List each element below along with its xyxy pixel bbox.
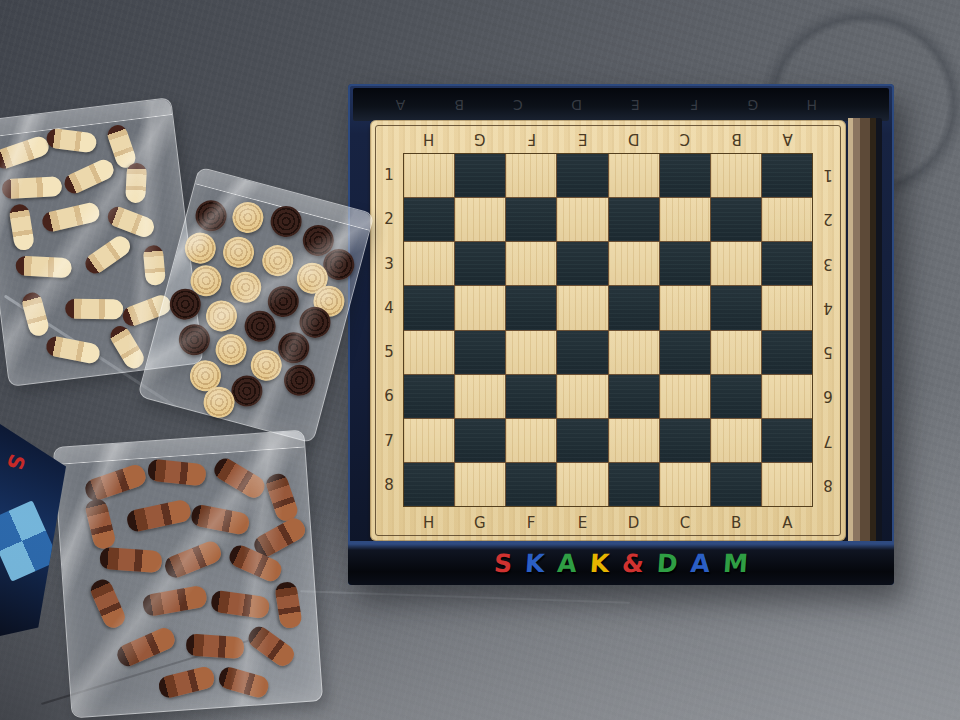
square-F8 <box>506 463 556 506</box>
square-A7 <box>762 419 812 462</box>
bag-zip-seal <box>54 431 305 465</box>
dark-checker-disc <box>175 321 213 359</box>
square-H2 <box>404 198 454 241</box>
square-F1 <box>506 154 556 197</box>
title-letter: K <box>589 551 610 576</box>
title-letter: K <box>524 551 545 576</box>
board-side-edge <box>848 118 882 542</box>
rank-label: 3 <box>375 242 403 286</box>
square-C7 <box>660 419 710 462</box>
lid-letter: A <box>371 92 430 118</box>
title-letter: A <box>557 551 578 576</box>
box-lid-interior: HGFEDCBA <box>353 88 889 121</box>
square-B5 <box>711 331 761 374</box>
light-chess-piece <box>20 290 51 338</box>
dark-chess-piece <box>83 462 149 503</box>
dark-chess-piece <box>147 459 207 487</box>
square-C6 <box>660 375 710 418</box>
square-D7 <box>609 419 659 462</box>
box-front-panel: SKAK&DAM <box>348 541 894 585</box>
file-label: H <box>403 509 454 536</box>
square-G1 <box>455 154 505 197</box>
light-chess-piece <box>65 298 123 319</box>
square-A5 <box>762 331 812 374</box>
dark-chess-piece <box>141 585 208 618</box>
square-B7 <box>711 419 761 462</box>
file-label: E <box>557 126 608 153</box>
square-E3 <box>557 242 607 285</box>
file-labels-bottom: HGFEDCBA <box>403 509 813 536</box>
rank-label: 2 <box>814 197 842 241</box>
rank-label: 5 <box>814 330 842 374</box>
dark-chess-piece <box>264 471 300 524</box>
light-checker-disc <box>259 242 297 280</box>
dark-chess-pieces-bag <box>53 430 323 719</box>
square-G4 <box>455 286 505 329</box>
light-checker-disc <box>203 297 241 335</box>
square-D8 <box>609 463 659 506</box>
square-E8 <box>557 463 607 506</box>
square-F2 <box>506 198 556 241</box>
rank-label: 2 <box>375 197 403 241</box>
product-title: SKAK&DAM <box>493 551 749 576</box>
square-G5 <box>455 331 505 374</box>
square-A3 <box>762 242 812 285</box>
rank-label: 1 <box>375 153 403 197</box>
light-chess-piece <box>8 203 35 252</box>
square-G2 <box>455 198 505 241</box>
lid-letter: C <box>489 92 548 118</box>
square-H1 <box>404 154 454 197</box>
square-E4 <box>557 286 607 329</box>
title-letter: D <box>656 551 679 576</box>
file-label: E <box>557 509 608 536</box>
rank-label: 6 <box>814 374 842 418</box>
file-label: D <box>608 509 659 536</box>
file-label: D <box>608 126 659 153</box>
dark-chess-piece <box>88 576 128 631</box>
dark-chess-piece <box>245 623 298 670</box>
square-C2 <box>660 198 710 241</box>
light-chess-piece <box>0 134 51 171</box>
square-D4 <box>609 286 659 329</box>
lid-letter: F <box>665 92 724 118</box>
square-B8 <box>711 463 761 506</box>
title-letter: M <box>722 551 749 576</box>
square-E6 <box>557 375 607 418</box>
light-checker-disc <box>212 331 250 369</box>
lid-letter: B <box>430 92 489 118</box>
file-label: B <box>711 509 762 536</box>
square-G7 <box>455 419 505 462</box>
square-H5 <box>404 331 454 374</box>
square-H4 <box>404 286 454 329</box>
rank-label: 7 <box>814 419 842 463</box>
square-C1 <box>660 154 710 197</box>
file-label: A <box>762 509 813 536</box>
slate-edge-highlight-2 <box>300 590 630 604</box>
dark-chess-piece <box>99 547 162 573</box>
square-H6 <box>404 375 454 418</box>
rank-labels-right: 12345678 <box>814 153 842 507</box>
dark-chess-piece <box>274 581 303 630</box>
rank-label: 4 <box>375 286 403 330</box>
lid-letter: G <box>724 92 783 118</box>
rank-label: 6 <box>375 374 403 418</box>
square-E2 <box>557 198 607 241</box>
square-F4 <box>506 286 556 329</box>
light-chess-piece <box>45 335 102 365</box>
square-B2 <box>711 198 761 241</box>
light-chess-piece <box>1 176 62 199</box>
square-F6 <box>506 375 556 418</box>
title-letter: & <box>621 551 645 576</box>
rank-label: 8 <box>375 463 403 507</box>
file-label: G <box>454 126 505 153</box>
square-C3 <box>660 242 710 285</box>
lid-letter: S <box>2 451 29 473</box>
square-F5 <box>506 331 556 374</box>
rank-label: 8 <box>814 463 842 507</box>
square-B6 <box>711 375 761 418</box>
lid-mirrored-letters: HGFEDCBA <box>371 92 841 118</box>
square-A1 <box>762 154 812 197</box>
square-D2 <box>609 198 659 241</box>
rank-labels-left: 12345678 <box>375 153 403 507</box>
lid-letter: H <box>782 92 841 118</box>
dark-checker-disc <box>192 197 230 235</box>
square-H3 <box>404 242 454 285</box>
square-A2 <box>762 198 812 241</box>
square-A6 <box>762 375 812 418</box>
square-C8 <box>660 463 710 506</box>
title-letter: S <box>493 551 513 576</box>
board-squares <box>403 153 813 507</box>
light-chess-piece <box>40 201 101 234</box>
square-D5 <box>609 331 659 374</box>
square-H8 <box>404 463 454 506</box>
dark-chess-piece <box>217 665 271 700</box>
dark-chess-piece <box>84 497 117 551</box>
dark-chess-piece <box>185 633 244 659</box>
rank-label: 7 <box>375 419 403 463</box>
square-D6 <box>609 375 659 418</box>
title-letter: A <box>690 551 711 576</box>
rank-label: 5 <box>375 330 403 374</box>
square-C5 <box>660 331 710 374</box>
photo-scene: HGFEDCBA HGFEDCBA HGFEDCBA 12345678 1234… <box>0 0 960 720</box>
lid-letter: E <box>606 92 665 118</box>
square-E1 <box>557 154 607 197</box>
square-D3 <box>609 242 659 285</box>
rank-label: 3 <box>814 242 842 286</box>
square-A8 <box>762 463 812 506</box>
dark-chess-piece <box>162 539 224 581</box>
light-checker-disc <box>220 233 258 271</box>
light-chess-piece <box>15 255 72 278</box>
dark-chess-piece <box>211 455 269 502</box>
file-label: C <box>659 126 710 153</box>
dark-chess-piece <box>157 665 217 700</box>
file-label: B <box>711 126 762 153</box>
rank-label: 4 <box>814 286 842 330</box>
square-G8 <box>455 463 505 506</box>
dark-chess-piece <box>210 590 270 620</box>
square-G3 <box>455 242 505 285</box>
light-chess-piece <box>61 157 117 197</box>
light-chess-piece <box>143 245 166 287</box>
square-D1 <box>609 154 659 197</box>
square-B4 <box>711 286 761 329</box>
file-labels-top: HGFEDCBA <box>403 126 813 153</box>
square-E7 <box>557 419 607 462</box>
square-C4 <box>660 286 710 329</box>
file-label: C <box>659 509 710 536</box>
light-chess-piece <box>45 128 97 154</box>
dark-checker-disc <box>281 361 319 399</box>
lid-chessboard-art <box>0 500 59 581</box>
square-F7 <box>506 419 556 462</box>
light-chess-piece <box>81 232 133 277</box>
dark-chess-piece <box>125 498 192 533</box>
square-H7 <box>404 419 454 462</box>
dark-chess-piece <box>190 503 251 536</box>
light-chess-piece <box>105 204 157 240</box>
square-E5 <box>557 331 607 374</box>
light-chess-piece <box>107 322 148 372</box>
light-checker-disc <box>229 198 267 236</box>
chess-board: HGFEDCBA HGFEDCBA 12345678 12345678 <box>370 120 846 541</box>
rank-label: 1 <box>814 153 842 197</box>
file-label: H <box>403 126 454 153</box>
file-label: A <box>762 126 813 153</box>
square-F3 <box>506 242 556 285</box>
square-G6 <box>455 375 505 418</box>
game-box: HGFEDCBA HGFEDCBA HGFEDCBA 12345678 1234… <box>348 84 894 585</box>
square-B1 <box>711 154 761 197</box>
square-B3 <box>711 242 761 285</box>
file-label: G <box>454 509 505 536</box>
light-checker-disc <box>227 268 265 306</box>
dark-chess-piece <box>114 625 178 670</box>
lid-letter: D <box>547 92 606 118</box>
file-label: F <box>506 126 557 153</box>
light-chess-piece <box>125 162 147 203</box>
light-checker-disc <box>181 229 219 267</box>
file-label: F <box>506 509 557 536</box>
square-A4 <box>762 286 812 329</box>
